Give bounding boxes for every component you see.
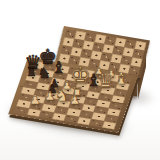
white-bishop: ♝ xyxy=(114,71,128,87)
white-knight: ♞ xyxy=(54,88,69,104)
black-rook: ♜ xyxy=(26,66,37,78)
pieces-layer: ♚♟♟♛♝♝♜♞♚♝♛♟♟♟♜♟♞♟♟ xyxy=(0,0,160,160)
chess-set-photo: ♚♟♟♛♝♝♜♞♚♝♛♟♟♟♜♟♞♟♟ xyxy=(0,0,160,160)
white-pawn: ♟ xyxy=(69,94,80,106)
white-queen: ♛ xyxy=(96,71,114,91)
white-pawn: ♟ xyxy=(29,94,41,107)
black-bishop: ♝ xyxy=(51,60,65,76)
